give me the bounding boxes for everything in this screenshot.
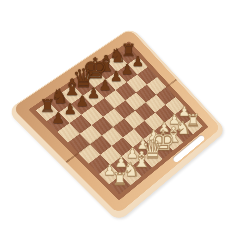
pieces-layer: ♜♞♝♛♚♝♞♜♟♟♟♟♟♟♟♟♟♟♟♟♟♟♟♟♜♞♝♛♚♝♞♜	[0, 0, 240, 240]
piece-black-pawn-c7[interactable]: ♟	[76, 94, 89, 108]
piece-black-pawn-b7[interactable]: ♟	[64, 102, 77, 117]
piece-black-pawn-a7[interactable]: ♟	[52, 111, 65, 126]
piece-black-pawn-g7[interactable]: ♟	[121, 63, 133, 77]
piece-black-pawn-h7[interactable]: ♟	[132, 55, 144, 69]
piece-black-pawn-d7[interactable]: ♟	[87, 86, 100, 100]
piece-white-rook-a1[interactable]: ♜	[112, 171, 128, 188]
chess-set-photo: ♜♞♝♛♚♝♞♜♟♟♟♟♟♟♟♟♟♟♟♟♟♟♟♟♜♞♝♛♚♝♞♜	[0, 0, 240, 240]
piece-black-pawn-e7[interactable]: ♟	[99, 78, 112, 92]
piece-black-pawn-f7[interactable]: ♟	[110, 70, 122, 84]
